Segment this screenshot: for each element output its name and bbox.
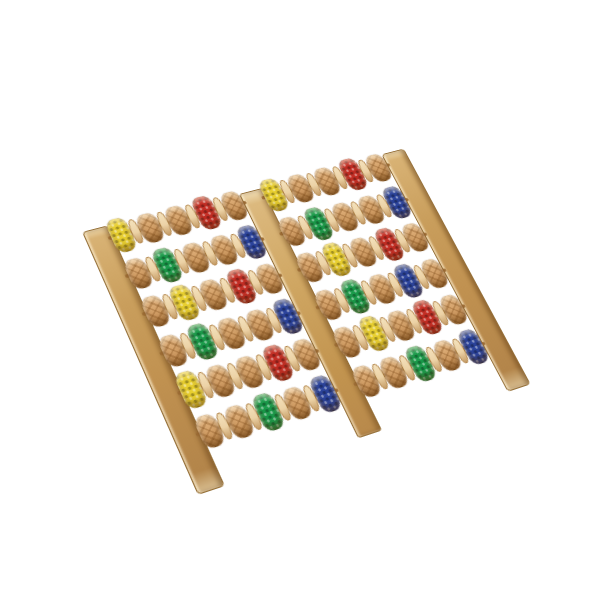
foot-massage-roller bbox=[82, 149, 528, 493]
roller-rows bbox=[82, 149, 402, 232]
product-photo-canvas bbox=[0, 0, 600, 600]
